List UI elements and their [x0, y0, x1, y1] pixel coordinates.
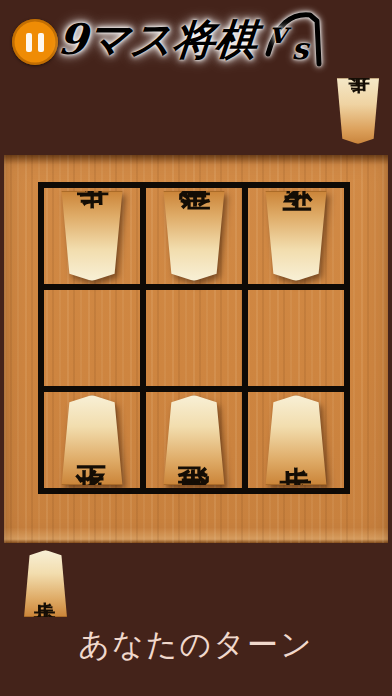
gote-captured-piece-label: 歩兵 [347, 110, 369, 112]
app-title-row: 9マス将棋 v s [0, 8, 392, 72]
piece-gote-rook[interactable]: 飛車 [155, 191, 233, 281]
sente-captured-piece[interactable]: 歩兵 [18, 550, 73, 617]
piece-label: 王将 [76, 440, 109, 444]
vs-label-s: s [292, 34, 309, 64]
piece-gote-king[interactable]: 王将 [257, 191, 335, 281]
shogi-board: 歩兵 飛車 王将 王将 [38, 182, 350, 494]
turn-status-text: あなたのターン [0, 624, 392, 666]
board-cell-c1[interactable]: 王将 [248, 188, 344, 284]
board-cell-b3[interactable]: 飛車 [146, 392, 242, 488]
board-cell-b1[interactable]: 飛車 [146, 188, 242, 284]
board-cell-b2[interactable] [146, 290, 242, 386]
board-cell-a3[interactable]: 王将 [44, 392, 140, 488]
board-cell-a1[interactable]: 歩兵 [44, 188, 140, 284]
piece-sente-rook[interactable]: 飛車 [155, 395, 233, 485]
piece-gote-pawn[interactable]: 歩兵 [53, 191, 131, 281]
piece-label: 歩兵 [76, 232, 109, 236]
piece-sente-pawn[interactable]: 歩兵 [257, 395, 335, 485]
gote-captured-piece[interactable]: 歩兵 [331, 78, 385, 144]
board-cell-c3[interactable]: 歩兵 [248, 392, 344, 488]
piece-label: 飛車 [178, 232, 211, 236]
app-title: 9マス将棋 [57, 19, 260, 61]
app-screen: 9マス将棋 v s 歩兵 歩兵 飛車 [0, 0, 392, 696]
piece-label: 王将 [280, 232, 313, 236]
piece-sente-king[interactable]: 王将 [53, 395, 131, 485]
piece-label: 飛車 [178, 440, 211, 444]
piece-label: 歩兵 [280, 440, 313, 444]
board-cell-c2[interactable] [248, 290, 344, 386]
board-cell-a2[interactable] [44, 290, 140, 386]
vs-logo: v s [262, 8, 334, 70]
vs-label-v: v [270, 18, 287, 48]
sente-captured-piece-label: 歩兵 [35, 584, 57, 586]
board-cells: 歩兵 飛車 王将 王将 [44, 188, 344, 488]
